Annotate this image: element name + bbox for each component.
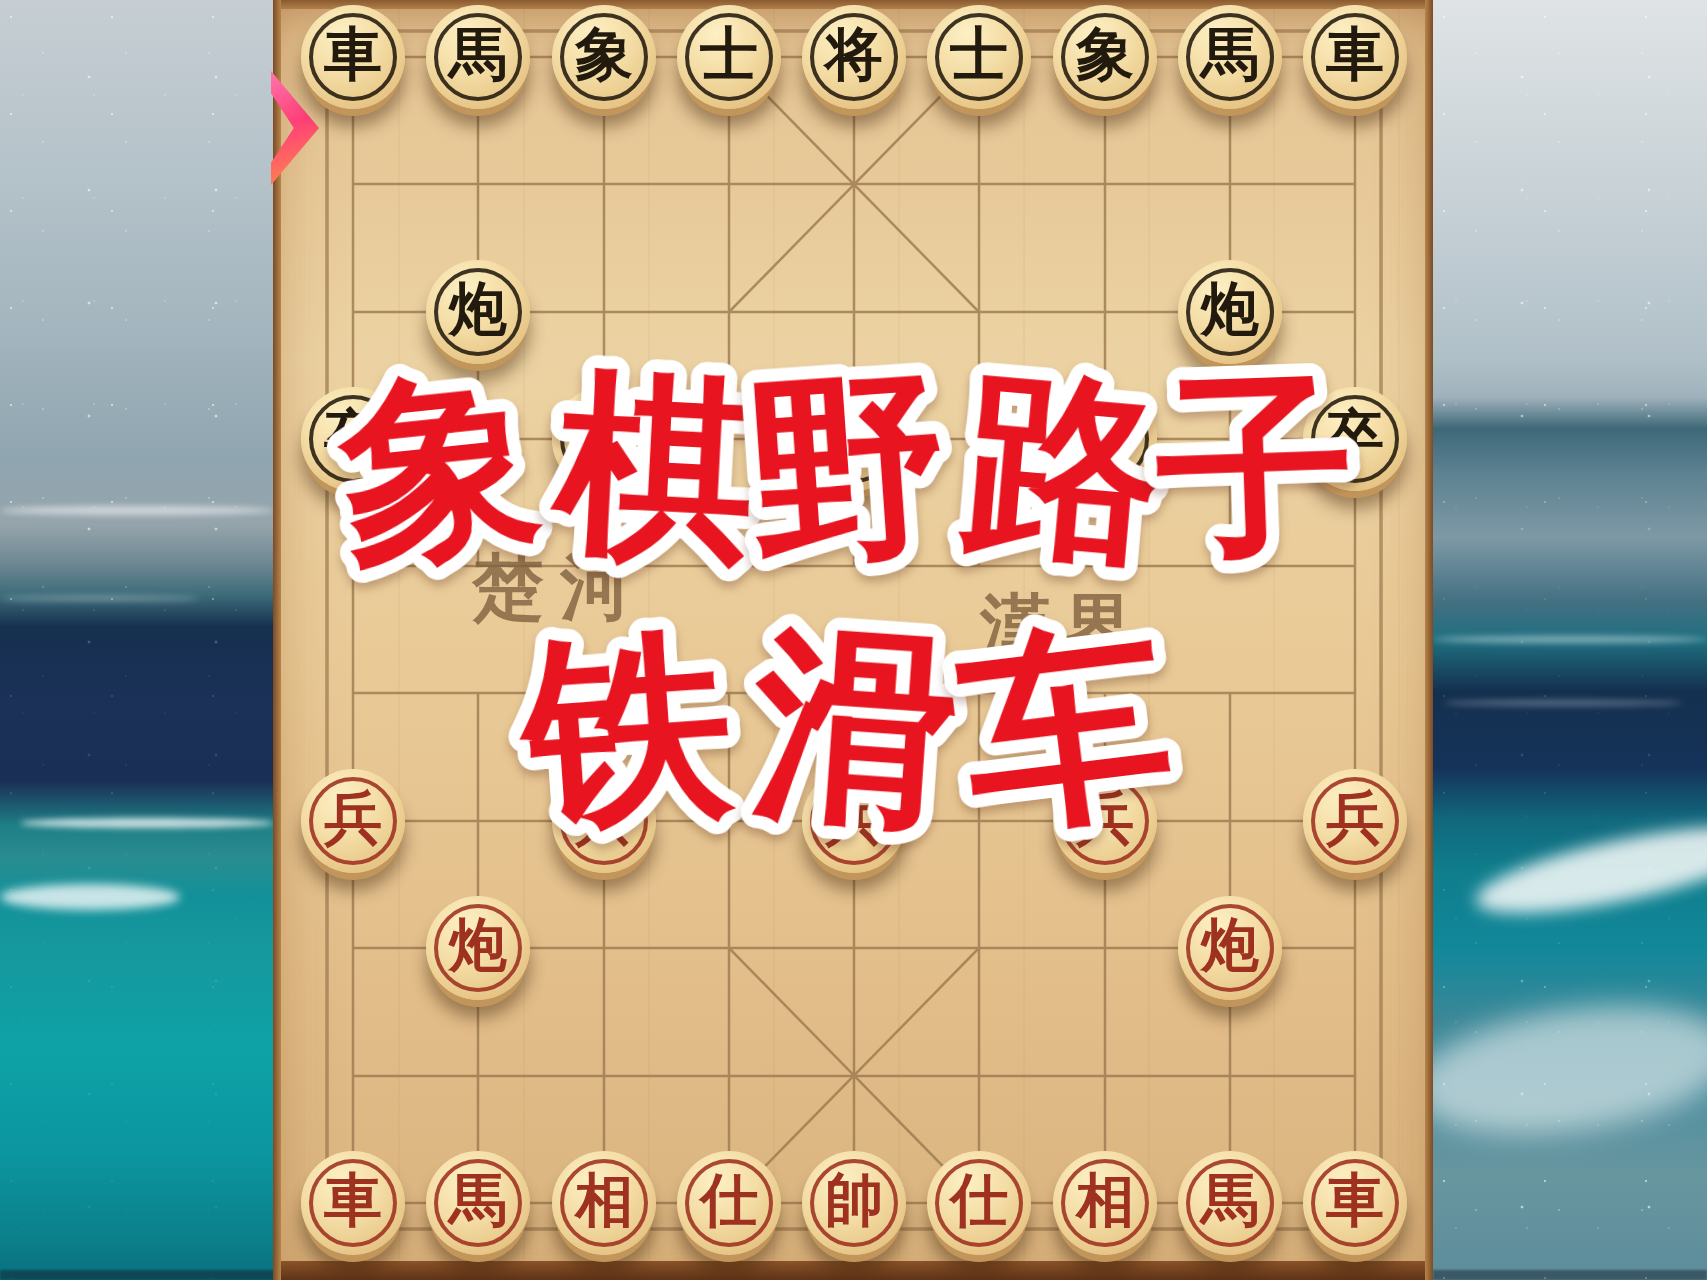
piece-black[interactable]: 卒	[802, 387, 906, 491]
piece-character: 車	[301, 3, 405, 107]
piece-black[interactable]: 卒	[301, 387, 405, 491]
game-screen: 楚河 漢界 車馬象士将士象馬車炮炮卒卒卒卒卒兵兵兵兵兵炮炮車馬相仕帥仕相馬車 象…	[0, 0, 1707, 1280]
piece-black[interactable]: 士	[677, 5, 781, 109]
piece-character: 兵	[1053, 767, 1157, 871]
piece-character: 相	[1053, 1149, 1157, 1253]
piece-character: 卒	[1053, 385, 1157, 489]
piece-red[interactable]: 車	[1303, 1151, 1407, 1255]
pieces-layer: 車馬象士将士象馬車炮炮卒卒卒卒卒兵兵兵兵兵炮炮車馬相仕帥仕相馬車	[273, 0, 1433, 1280]
piece-red[interactable]: 炮	[1178, 896, 1282, 1000]
piece-character: 兵	[301, 767, 405, 871]
piece-character: 車	[301, 1149, 405, 1253]
piece-black[interactable]: 将	[802, 5, 906, 109]
piece-character: 象	[1053, 3, 1157, 107]
wave-foam	[0, 884, 180, 910]
wave-foam	[1406, 988, 1707, 1151]
piece-character: 炮	[1178, 258, 1282, 362]
piece-black[interactable]: 車	[1303, 5, 1407, 109]
piece-red[interactable]: 仕	[677, 1151, 781, 1255]
piece-character: 卒	[802, 385, 906, 489]
piece-character: 炮	[426, 258, 530, 362]
piece-black[interactable]: 馬	[426, 5, 530, 109]
piece-red[interactable]: 兵	[1053, 769, 1157, 873]
piece-character: 兵	[552, 767, 656, 871]
piece-character: 車	[1303, 1149, 1407, 1253]
wave-foam	[1443, 700, 1683, 706]
piece-character: 帥	[802, 1149, 906, 1253]
piece-black[interactable]: 象	[552, 5, 656, 109]
piece-character: 炮	[1178, 894, 1282, 998]
piece-red[interactable]: 馬	[426, 1151, 530, 1255]
background-ocean-right	[1433, 0, 1707, 1280]
piece-red[interactable]: 相	[552, 1151, 656, 1255]
background-bottom-shade	[1433, 1270, 1707, 1280]
piece-red[interactable]: 相	[1053, 1151, 1157, 1255]
piece-black[interactable]: 卒	[1303, 387, 1407, 491]
piece-character: 卒	[552, 385, 656, 489]
background-bottom-shade	[0, 1270, 274, 1280]
piece-character: 将	[802, 3, 906, 107]
xiangqi-board[interactable]: 楚河 漢界 車馬象士将士象馬車炮炮卒卒卒卒卒兵兵兵兵兵炮炮車馬相仕帥仕相馬車	[273, 0, 1433, 1280]
piece-character: 馬	[1178, 1149, 1282, 1253]
wave-foam	[1470, 809, 1707, 930]
piece-red[interactable]: 兵	[552, 769, 656, 873]
piece-character: 車	[1303, 3, 1407, 107]
wave-foam	[20, 818, 274, 828]
piece-red[interactable]: 兵	[1303, 769, 1407, 873]
piece-character: 士	[677, 3, 781, 107]
piece-character: 馬	[426, 3, 530, 107]
piece-red[interactable]: 馬	[1178, 1151, 1282, 1255]
piece-black[interactable]: 炮	[426, 260, 530, 364]
wave-foam	[0, 596, 200, 601]
piece-black[interactable]: 車	[301, 5, 405, 109]
piece-black[interactable]: 卒	[1053, 387, 1157, 491]
piece-red[interactable]: 仕	[927, 1151, 1031, 1255]
wave-foam	[1433, 636, 1707, 643]
piece-character: 馬	[1178, 3, 1282, 107]
piece-character: 兵	[802, 767, 906, 871]
piece-red[interactable]: 兵	[301, 769, 405, 873]
piece-red[interactable]: 車	[301, 1151, 405, 1255]
piece-character: 象	[552, 3, 656, 107]
piece-character: 仕	[677, 1149, 781, 1253]
piece-character: 馬	[426, 1149, 530, 1253]
piece-character: 兵	[1303, 767, 1407, 871]
piece-black[interactable]: 馬	[1178, 5, 1282, 109]
wave-foam	[0, 506, 274, 515]
piece-black[interactable]: 炮	[1178, 260, 1282, 364]
piece-red[interactable]: 炮	[426, 896, 530, 1000]
piece-black[interactable]: 象	[1053, 5, 1157, 109]
piece-black[interactable]: 卒	[552, 387, 656, 491]
piece-character: 卒	[1303, 385, 1407, 489]
piece-red[interactable]: 帥	[802, 1151, 906, 1255]
piece-red[interactable]: 兵	[802, 769, 906, 873]
background-ocean-left	[0, 0, 274, 1280]
piece-character: 炮	[426, 894, 530, 998]
piece-character: 卒	[301, 385, 405, 489]
piece-character: 相	[552, 1149, 656, 1253]
piece-black[interactable]: 士	[927, 5, 1031, 109]
piece-character: 士	[927, 3, 1031, 107]
piece-character: 仕	[927, 1149, 1031, 1253]
